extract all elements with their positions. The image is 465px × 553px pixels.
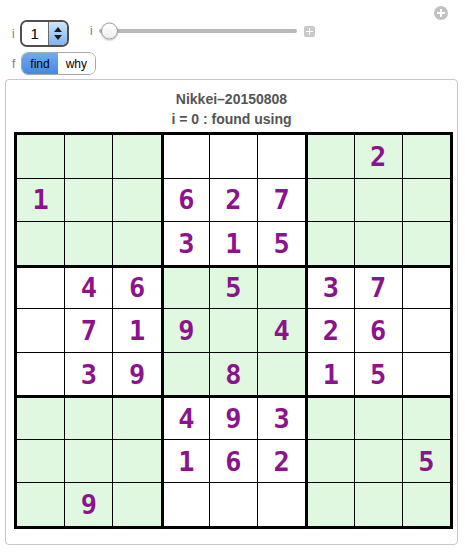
toggle-label: f bbox=[12, 57, 15, 71]
sudoku-cell: 1 bbox=[113, 309, 160, 352]
sudoku-cell bbox=[65, 440, 112, 483]
sudoku-cell: 7 bbox=[258, 179, 305, 222]
sudoku-cell bbox=[162, 483, 209, 526]
puzzle-subtitle: i = 0 : found using bbox=[6, 111, 457, 127]
sudoku-cell: 7 bbox=[355, 266, 402, 309]
sudoku-cell: 6 bbox=[113, 266, 160, 309]
sudoku-cell bbox=[403, 483, 450, 526]
sudoku-cell bbox=[162, 135, 209, 178]
sudoku-cell: 6 bbox=[355, 309, 402, 352]
sudoku-cell: 3 bbox=[65, 353, 112, 396]
sudoku-cell: 1 bbox=[17, 179, 64, 222]
sudoku-cell bbox=[306, 483, 353, 526]
toggle-group: f find why bbox=[12, 52, 96, 75]
sudoku-cell bbox=[403, 179, 450, 222]
sudoku-cell: 1 bbox=[162, 440, 209, 483]
sudoku-cell bbox=[65, 222, 112, 265]
sudoku-cell bbox=[403, 266, 450, 309]
sudoku-cell bbox=[258, 353, 305, 396]
sudoku-cell bbox=[306, 179, 353, 222]
sudoku-cell bbox=[403, 222, 450, 265]
i-stepper[interactable]: 1 bbox=[20, 20, 69, 47]
sudoku-cell bbox=[65, 396, 112, 439]
corner-plus-icon[interactable] bbox=[434, 6, 448, 20]
sudoku-cell bbox=[403, 396, 450, 439]
sudoku-cell bbox=[355, 179, 402, 222]
sudoku-cell: 6 bbox=[162, 179, 209, 222]
puzzle-title: Nikkei–20150808 bbox=[6, 91, 457, 107]
i-slider-thumb[interactable] bbox=[101, 23, 118, 40]
sudoku-cell bbox=[258, 483, 305, 526]
sudoku-cell: 3 bbox=[258, 396, 305, 439]
sudoku-cell bbox=[355, 222, 402, 265]
sudoku-cell bbox=[306, 396, 353, 439]
sudoku-cell bbox=[17, 353, 64, 396]
sudoku-cell bbox=[113, 135, 160, 178]
sudoku-cell bbox=[403, 135, 450, 178]
slider-label: i bbox=[90, 24, 93, 38]
slider-expand-plus-icon[interactable] bbox=[304, 26, 315, 37]
sudoku-cell bbox=[162, 266, 209, 309]
sudoku-cell: 2 bbox=[355, 135, 402, 178]
sudoku-cell: 1 bbox=[210, 222, 257, 265]
sudoku-cell: 5 bbox=[403, 440, 450, 483]
sudoku-cell bbox=[113, 483, 160, 526]
slider-group: i bbox=[90, 24, 315, 38]
sudoku-cell bbox=[113, 222, 160, 265]
sudoku-cell: 9 bbox=[162, 309, 209, 352]
stepper-up-icon bbox=[54, 27, 62, 32]
find-button[interactable]: find bbox=[22, 53, 57, 74]
sudoku-cell bbox=[210, 135, 257, 178]
sudoku-cell bbox=[17, 440, 64, 483]
stepper-label: i bbox=[12, 27, 15, 41]
sudoku-cell: 5 bbox=[258, 222, 305, 265]
sudoku-cell bbox=[306, 222, 353, 265]
demonstration-window: i 1 i f find why Nikkei–20150808 i = 0 :… bbox=[0, 0, 465, 553]
sudoku-cell bbox=[403, 309, 450, 352]
output-panel: Nikkei–20150808 i = 0 : found using 2162… bbox=[5, 79, 458, 545]
sudoku-cell bbox=[306, 440, 353, 483]
sudoku-cell: 2 bbox=[210, 179, 257, 222]
sudoku-cell: 3 bbox=[306, 266, 353, 309]
sudoku-cell: 6 bbox=[210, 440, 257, 483]
sudoku-cell bbox=[258, 266, 305, 309]
f-segmented-control: find why bbox=[21, 52, 96, 75]
sudoku-cell bbox=[17, 309, 64, 352]
sudoku-cell bbox=[258, 135, 305, 178]
sudoku-cell bbox=[17, 135, 64, 178]
sudoku-cell: 4 bbox=[65, 266, 112, 309]
sudoku-cell bbox=[113, 179, 160, 222]
stepper-down-icon bbox=[54, 35, 62, 40]
sudoku-cell bbox=[17, 483, 64, 526]
sudoku-cell: 4 bbox=[162, 396, 209, 439]
sudoku-cell: 2 bbox=[306, 309, 353, 352]
sudoku-cell bbox=[162, 353, 209, 396]
sudoku-cell bbox=[17, 396, 64, 439]
i-slider-track[interactable] bbox=[99, 29, 297, 33]
why-button[interactable]: why bbox=[58, 53, 95, 74]
sudoku-cell bbox=[355, 440, 402, 483]
sudoku-cell: 8 bbox=[210, 353, 257, 396]
sudoku-cell bbox=[17, 222, 64, 265]
sudoku-cell bbox=[355, 396, 402, 439]
sudoku-cell bbox=[210, 309, 257, 352]
sudoku-cell bbox=[210, 483, 257, 526]
sudoku-cell bbox=[355, 483, 402, 526]
sudoku-cell: 7 bbox=[65, 309, 112, 352]
sudoku-cell bbox=[113, 440, 160, 483]
sudoku-cell bbox=[65, 179, 112, 222]
stepper-value: 1 bbox=[22, 22, 48, 45]
sudoku-cell: 9 bbox=[210, 396, 257, 439]
sudoku-cell bbox=[17, 266, 64, 309]
sudoku-cell: 5 bbox=[210, 266, 257, 309]
sudoku-cell: 4 bbox=[258, 309, 305, 352]
sudoku-cell: 2 bbox=[258, 440, 305, 483]
sudoku-cell bbox=[65, 135, 112, 178]
sudoku-cell: 9 bbox=[113, 353, 160, 396]
sudoku-cell: 9 bbox=[65, 483, 112, 526]
sudoku-cell: 5 bbox=[355, 353, 402, 396]
sudoku-cell bbox=[306, 135, 353, 178]
stepper-arrows[interactable] bbox=[48, 22, 67, 45]
sudoku-cell bbox=[403, 353, 450, 396]
sudoku-cell: 3 bbox=[162, 222, 209, 265]
sudoku-board: 21627315465377194263981549316259 bbox=[14, 132, 453, 529]
stepper-group: i 1 bbox=[12, 20, 69, 47]
sudoku-cell: 1 bbox=[306, 353, 353, 396]
sudoku-cell bbox=[113, 396, 160, 439]
